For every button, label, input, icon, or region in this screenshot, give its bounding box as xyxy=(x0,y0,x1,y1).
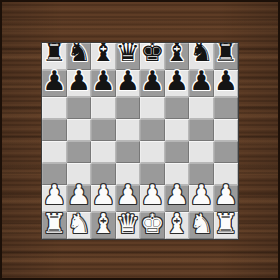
square-a4[interactable] xyxy=(42,141,67,163)
square-a7[interactable]: ♟ xyxy=(42,70,67,97)
square-a1[interactable]: ♜ xyxy=(42,212,67,239)
square-b4[interactable] xyxy=(67,141,92,163)
square-c4[interactable] xyxy=(91,141,116,163)
piece-black-pawn[interactable]: ♟ xyxy=(189,67,213,94)
piece-black-king[interactable]: ♚ xyxy=(140,42,164,65)
square-d4[interactable] xyxy=(116,141,141,163)
square-c1[interactable]: ♝ xyxy=(91,212,116,239)
piece-black-pawn[interactable]: ♟ xyxy=(91,67,115,94)
piece-white-queen[interactable]: ♛ xyxy=(116,210,140,237)
square-e5[interactable] xyxy=(140,119,165,141)
square-b6[interactable] xyxy=(67,97,92,119)
piece-white-rook[interactable]: ♜ xyxy=(42,210,66,237)
piece-white-knight[interactable]: ♞ xyxy=(189,210,213,237)
square-b1[interactable]: ♞ xyxy=(67,212,92,239)
piece-black-knight[interactable]: ♞ xyxy=(189,42,213,65)
piece-white-pawn[interactable]: ♟ xyxy=(67,181,91,208)
piece-white-bishop[interactable]: ♝ xyxy=(165,210,189,237)
square-c7[interactable]: ♟ xyxy=(91,70,116,97)
square-a5[interactable] xyxy=(42,119,67,141)
square-f1[interactable]: ♝ xyxy=(165,212,190,239)
piece-white-king[interactable]: ♚ xyxy=(140,210,164,237)
piece-black-knight[interactable]: ♞ xyxy=(67,42,91,65)
piece-white-pawn[interactable]: ♟ xyxy=(91,181,115,208)
piece-black-pawn[interactable]: ♟ xyxy=(67,67,91,94)
square-e6[interactable] xyxy=(140,97,165,119)
piece-white-pawn[interactable]: ♟ xyxy=(165,181,189,208)
square-e1[interactable]: ♚ xyxy=(140,212,165,239)
piece-white-pawn[interactable]: ♟ xyxy=(214,181,238,208)
piece-black-pawn[interactable]: ♟ xyxy=(165,67,189,94)
square-e7[interactable]: ♟ xyxy=(140,70,165,97)
square-h5[interactable] xyxy=(214,119,239,141)
square-h4[interactable] xyxy=(214,141,239,163)
piece-black-pawn[interactable]: ♟ xyxy=(116,67,140,94)
piece-white-bishop[interactable]: ♝ xyxy=(91,210,115,237)
piece-black-pawn[interactable]: ♟ xyxy=(42,67,66,94)
piece-black-pawn[interactable]: ♟ xyxy=(214,67,238,94)
piece-white-pawn[interactable]: ♟ xyxy=(140,181,164,208)
square-g6[interactable] xyxy=(189,97,214,119)
square-a6[interactable] xyxy=(42,97,67,119)
square-g4[interactable] xyxy=(189,141,214,163)
piece-black-rook[interactable]: ♜ xyxy=(42,42,66,65)
piece-black-queen[interactable]: ♛ xyxy=(116,42,140,65)
square-f5[interactable] xyxy=(165,119,190,141)
piece-white-pawn[interactable]: ♟ xyxy=(42,181,66,208)
square-h7[interactable]: ♟ xyxy=(214,70,239,97)
chess-app-window: ♜♞♝♛♚♝♞♜♟♟♟♟♟♟♟♟♟♟♟♟♟♟♟♟♜♞♝♛♚♝♞♜ xyxy=(0,0,280,280)
piece-black-pawn[interactable]: ♟ xyxy=(140,67,164,94)
piece-black-rook[interactable]: ♜ xyxy=(214,42,238,65)
square-f7[interactable]: ♟ xyxy=(165,70,190,97)
square-d7[interactable]: ♟ xyxy=(116,70,141,97)
square-c5[interactable] xyxy=(91,119,116,141)
chess-board[interactable]: ♜♞♝♛♚♝♞♜♟♟♟♟♟♟♟♟♟♟♟♟♟♟♟♟♜♞♝♛♚♝♞♜ xyxy=(41,42,239,240)
square-f6[interactable] xyxy=(165,97,190,119)
piece-black-bishop[interactable]: ♝ xyxy=(91,42,115,65)
piece-white-rook[interactable]: ♜ xyxy=(214,210,238,237)
square-h6[interactable] xyxy=(214,97,239,119)
square-f4[interactable] xyxy=(165,141,190,163)
square-d5[interactable] xyxy=(116,119,141,141)
square-e4[interactable] xyxy=(140,141,165,163)
square-g7[interactable]: ♟ xyxy=(189,70,214,97)
piece-white-knight[interactable]: ♞ xyxy=(67,210,91,237)
piece-white-pawn[interactable]: ♟ xyxy=(116,181,140,208)
piece-black-bishop[interactable]: ♝ xyxy=(165,42,189,65)
square-c6[interactable] xyxy=(91,97,116,119)
piece-white-pawn[interactable]: ♟ xyxy=(189,181,213,208)
square-b5[interactable] xyxy=(67,119,92,141)
square-d6[interactable] xyxy=(116,97,141,119)
square-g1[interactable]: ♞ xyxy=(189,212,214,239)
square-b7[interactable]: ♟ xyxy=(67,70,92,97)
square-d1[interactable]: ♛ xyxy=(116,212,141,239)
square-h1[interactable]: ♜ xyxy=(214,212,239,239)
square-g5[interactable] xyxy=(189,119,214,141)
